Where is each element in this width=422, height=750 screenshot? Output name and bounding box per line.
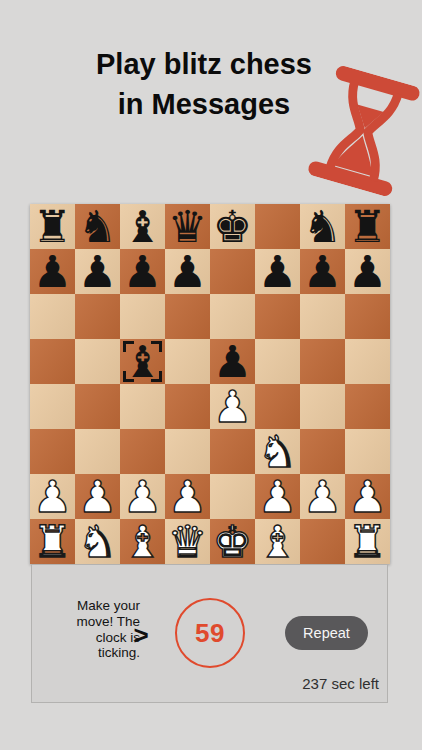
square-a6[interactable]: [30, 294, 75, 339]
square-d4[interactable]: [165, 384, 210, 429]
square-e4[interactable]: ♟: [210, 384, 255, 429]
square-g7[interactable]: ♟: [300, 249, 345, 294]
white-pawn: ♟: [33, 474, 72, 519]
white-pawn: ♟: [213, 384, 252, 429]
white-bishop: ♝: [123, 519, 162, 564]
square-e2[interactable]: [210, 474, 255, 519]
white-rook: ♜: [33, 519, 72, 564]
white-pawn: ♟: [303, 474, 342, 519]
black-pawn: ♟: [78, 249, 117, 294]
black-queen: ♛: [168, 204, 207, 249]
square-d2[interactable]: ♟: [165, 474, 210, 519]
move-panel: Make your move! The clock is ticking. > …: [31, 564, 388, 703]
move-timer-circle: 59: [175, 598, 245, 668]
white-pawn: ♟: [258, 474, 297, 519]
square-a7[interactable]: ♟: [30, 249, 75, 294]
app-screenshot: Play blitz chess in Messages ♜♞♝♛♚♞♜♟♟♟♟…: [0, 0, 422, 750]
square-h2[interactable]: ♟: [345, 474, 390, 519]
square-h1[interactable]: ♜: [345, 519, 390, 564]
square-d5[interactable]: [165, 339, 210, 384]
square-e5[interactable]: ♟: [210, 339, 255, 384]
black-pawn: ♟: [348, 249, 387, 294]
black-rook: ♜: [348, 204, 387, 249]
square-h5[interactable]: [345, 339, 390, 384]
square-c5[interactable]: ♝: [120, 339, 165, 384]
chevron-right-icon: >: [129, 620, 153, 651]
white-knight: ♞: [258, 429, 297, 474]
square-b4[interactable]: [75, 384, 120, 429]
move-prompt-line: Make your: [40, 598, 140, 614]
square-g5[interactable]: [300, 339, 345, 384]
square-f5[interactable]: [255, 339, 300, 384]
black-pawn: ♟: [213, 339, 252, 384]
square-b3[interactable]: [75, 429, 120, 474]
square-e6[interactable]: [210, 294, 255, 339]
white-queen: ♛: [168, 519, 207, 564]
square-g1[interactable]: [300, 519, 345, 564]
square-g3[interactable]: [300, 429, 345, 474]
square-h4[interactable]: [345, 384, 390, 429]
square-h7[interactable]: ♟: [345, 249, 390, 294]
square-a1[interactable]: ♜: [30, 519, 75, 564]
square-c7[interactable]: ♟: [120, 249, 165, 294]
square-f8[interactable]: [255, 204, 300, 249]
time-left-label: 237 sec left: [302, 675, 379, 692]
square-h3[interactable]: [345, 429, 390, 474]
black-pawn: ♟: [123, 249, 162, 294]
square-d3[interactable]: [165, 429, 210, 474]
square-f4[interactable]: [255, 384, 300, 429]
square-b8[interactable]: ♞: [75, 204, 120, 249]
square-g2[interactable]: ♟: [300, 474, 345, 519]
move-timer-value: 59: [195, 618, 225, 649]
square-h8[interactable]: ♜: [345, 204, 390, 249]
selection-corner-icon: [151, 371, 162, 382]
square-b1[interactable]: ♞: [75, 519, 120, 564]
white-pawn: ♟: [348, 474, 387, 519]
square-d1[interactable]: ♛: [165, 519, 210, 564]
square-e3[interactable]: [210, 429, 255, 474]
square-d8[interactable]: ♛: [165, 204, 210, 249]
selection-corner-icon: [123, 341, 134, 352]
white-pawn: ♟: [168, 474, 207, 519]
square-a4[interactable]: [30, 384, 75, 429]
white-knight: ♞: [78, 519, 117, 564]
square-f1[interactable]: ♝: [255, 519, 300, 564]
square-c3[interactable]: [120, 429, 165, 474]
move-prompt-line: ticking.: [40, 645, 140, 661]
square-c8[interactable]: ♝: [120, 204, 165, 249]
square-f6[interactable]: [255, 294, 300, 339]
square-b7[interactable]: ♟: [75, 249, 120, 294]
move-prompt-line: move! The: [40, 614, 140, 630]
square-c4[interactable]: [120, 384, 165, 429]
black-pawn: ♟: [33, 249, 72, 294]
square-c2[interactable]: ♟: [120, 474, 165, 519]
black-knight: ♞: [303, 204, 342, 249]
white-pawn: ♟: [78, 474, 117, 519]
square-f7[interactable]: ♟: [255, 249, 300, 294]
black-pawn: ♟: [258, 249, 297, 294]
black-rook: ♜: [33, 204, 72, 249]
square-f2[interactable]: ♟: [255, 474, 300, 519]
white-pawn: ♟: [123, 474, 162, 519]
selection-corner-icon: [151, 341, 162, 352]
square-g4[interactable]: [300, 384, 345, 429]
white-bishop: ♝: [258, 519, 297, 564]
square-b5[interactable]: [75, 339, 120, 384]
square-e1[interactable]: ♚: [210, 519, 255, 564]
square-a2[interactable]: ♟: [30, 474, 75, 519]
square-b6[interactable]: [75, 294, 120, 339]
square-a5[interactable]: [30, 339, 75, 384]
square-e8[interactable]: ♚: [210, 204, 255, 249]
square-g8[interactable]: ♞: [300, 204, 345, 249]
white-rook: ♜: [348, 519, 387, 564]
selection-corner-icon: [123, 371, 134, 382]
square-a3[interactable]: [30, 429, 75, 474]
square-a8[interactable]: ♜: [30, 204, 75, 249]
move-prompt-line: clock is: [40, 630, 140, 646]
square-h6[interactable]: [345, 294, 390, 339]
chess-board[interactable]: ♜♞♝♛♚♞♜♟♟♟♟♟♟♟♝♟♟♞♟♟♟♟♟♟♟♜♞♝♛♚♝♜: [30, 204, 390, 564]
square-f3[interactable]: ♞: [255, 429, 300, 474]
square-c1[interactable]: ♝: [120, 519, 165, 564]
square-d6[interactable]: [165, 294, 210, 339]
black-bishop: ♝: [123, 204, 162, 249]
square-e7[interactable]: [210, 249, 255, 294]
square-c6[interactable]: [120, 294, 165, 339]
square-d7[interactable]: ♟: [165, 249, 210, 294]
square-g6[interactable]: [300, 294, 345, 339]
white-king: ♚: [213, 519, 252, 564]
black-king: ♚: [213, 204, 252, 249]
black-pawn: ♟: [168, 249, 207, 294]
move-prompt-text: Make your move! The clock is ticking.: [40, 598, 140, 661]
square-b2[interactable]: ♟: [75, 474, 120, 519]
black-knight: ♞: [78, 204, 117, 249]
repeat-button[interactable]: Repeat: [285, 616, 368, 650]
black-pawn: ♟: [303, 249, 342, 294]
